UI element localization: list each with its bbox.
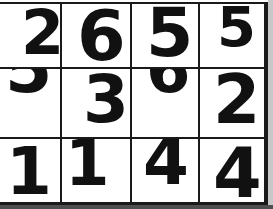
cell-r1c3[interactable]: 5 (132, 4, 200, 69)
digit-glyph: 5 (217, 4, 256, 55)
digit-glyph: 5 (5, 69, 52, 103)
cell-r3c2[interactable]: 1 (62, 139, 132, 202)
sudoku-screenshot: 265553621144 (0, 0, 273, 209)
digit-glyph: 5 (146, 4, 193, 67)
cell-r2c1[interactable]: 5 (0, 69, 62, 139)
digit-glyph: 1 (65, 139, 110, 195)
cell-r1c2[interactable]: 6 (62, 4, 132, 69)
board-grid: 265553621144 (0, 4, 264, 202)
window-edge-strip (268, 0, 273, 205)
digit-glyph: 4 (213, 139, 262, 202)
digit-glyph: 2 (21, 4, 62, 64)
cell-r3c1[interactable]: 1 (0, 139, 62, 202)
cell-r3c3[interactable]: 4 (132, 139, 200, 202)
bottom-edge-strip (0, 205, 273, 209)
cell-r2c4[interactable]: 2 (200, 69, 264, 139)
cell-r1c4[interactable]: 5 (200, 4, 264, 69)
digit-glyph: 4 (143, 139, 189, 195)
digit-glyph: 6 (77, 4, 126, 69)
digit-glyph: 3 (83, 69, 129, 133)
cell-r2c3[interactable]: 6 (132, 69, 200, 139)
digit-glyph: 2 (213, 69, 260, 134)
digit-glyph: 1 (6, 139, 52, 202)
digit-glyph: 6 (146, 69, 191, 102)
cell-r2c2[interactable]: 3 (62, 69, 132, 139)
cell-r1c1[interactable]: 2 (0, 4, 62, 69)
cell-r3c4[interactable]: 4 (200, 139, 264, 202)
